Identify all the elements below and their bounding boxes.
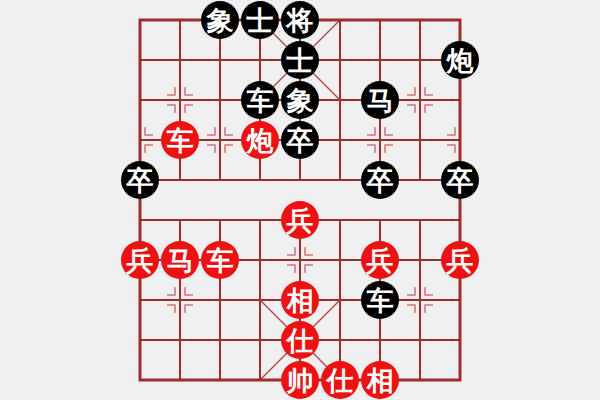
piece-black-soldier[interactable]: 卒 [281, 121, 319, 159]
piece-red-cannon[interactable]: 炮 [241, 121, 279, 159]
piece-red-horse[interactable]: 马 [161, 241, 199, 279]
piece-red-advisor[interactable]: 仕 [321, 361, 359, 399]
piece-black-soldier[interactable]: 卒 [121, 161, 159, 199]
piece-red-soldier[interactable]: 兵 [441, 241, 479, 279]
piece-red-soldier[interactable]: 兵 [121, 241, 159, 279]
piece-red-general[interactable]: 帅 [281, 361, 319, 399]
piece-black-soldier[interactable]: 卒 [361, 161, 399, 199]
piece-red-advisor[interactable]: 仕 [281, 321, 319, 359]
piece-black-general[interactable]: 将 [281, 1, 319, 39]
piece-black-elephant[interactable]: 象 [281, 81, 319, 119]
piece-red-elephant[interactable]: 相 [361, 361, 399, 399]
piece-red-elephant[interactable]: 相 [281, 281, 319, 319]
piece-black-advisor[interactable]: 士 [281, 41, 319, 79]
piece-black-advisor[interactable]: 士 [241, 1, 279, 39]
piece-black-horse[interactable]: 马 [361, 81, 399, 119]
piece-black-cannon[interactable]: 炮 [441, 41, 479, 79]
piece-red-chariot[interactable]: 车 [161, 121, 199, 159]
piece-black-elephant[interactable]: 象 [201, 1, 239, 39]
piece-red-soldier[interactable]: 兵 [361, 241, 399, 279]
xiangqi-app: 象士将士炮车象马车炮卒卒卒卒兵兵马车兵兵相车仕帅仕相 [0, 0, 600, 400]
xiangqi-board: 象士将士炮车象马车炮卒卒卒卒兵兵马车兵兵相车仕帅仕相 [120, 0, 480, 400]
piece-red-soldier[interactable]: 兵 [281, 201, 319, 239]
piece-red-chariot[interactable]: 车 [201, 241, 239, 279]
piece-black-chariot[interactable]: 车 [361, 281, 399, 319]
piece-black-soldier[interactable]: 卒 [441, 161, 479, 199]
piece-black-chariot[interactable]: 车 [241, 81, 279, 119]
